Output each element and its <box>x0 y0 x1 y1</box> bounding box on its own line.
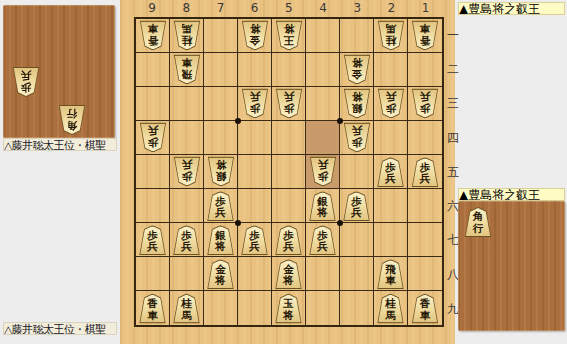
piece-sente-歩兵: 歩兵 <box>343 191 371 221</box>
square-1九: 香車 <box>408 291 442 325</box>
square-6九 <box>238 291 272 325</box>
square-7四 <box>204 121 238 155</box>
piece-gote-金将: 金将 <box>241 20 269 50</box>
sente-captured-tray: 角行 <box>458 201 565 331</box>
square-7三 <box>204 87 238 121</box>
square-5三: 歩兵 <box>272 87 306 121</box>
piece-sente-歩兵: 歩兵 <box>139 225 167 255</box>
square-3七 <box>340 223 374 257</box>
square-3六: 歩兵 <box>340 189 374 223</box>
piece-sente-桂馬: 桂馬 <box>173 294 201 324</box>
square-9八 <box>136 257 170 291</box>
file-label-5: 5 <box>272 0 306 16</box>
square-9五 <box>136 155 170 189</box>
rank-label-四: 四 <box>445 121 461 155</box>
square-8九: 桂馬 <box>170 291 204 325</box>
square-6三: 歩兵 <box>238 87 272 121</box>
piece-gote-香車: 香車 <box>139 20 167 50</box>
square-5二 <box>272 53 306 87</box>
hoshi-dot <box>337 220 343 226</box>
square-5七: 歩兵 <box>272 223 306 257</box>
gote-captured-tray: 歩兵 角行 <box>3 5 115 138</box>
square-3四: 歩兵 <box>340 121 374 155</box>
hoshi-dot <box>235 118 241 124</box>
square-9一: 香車 <box>136 19 170 53</box>
square-5五 <box>272 155 306 189</box>
square-5八: 金将 <box>272 257 306 291</box>
file-label-4: 4 <box>306 0 340 16</box>
piece-gote-香車: 香車 <box>411 20 439 50</box>
square-7八: 金将 <box>204 257 238 291</box>
piece-sente-金将: 金将 <box>207 259 235 289</box>
square-9九: 香車 <box>136 291 170 325</box>
square-7九 <box>204 291 238 325</box>
piece-gote-歩兵: 歩兵 <box>139 122 167 152</box>
piece-sente-歩兵: 歩兵 <box>207 191 235 221</box>
square-6一: 金将 <box>238 19 272 53</box>
square-4三 <box>306 87 340 121</box>
rank-label-三: 三 <box>445 86 461 120</box>
square-6七: 歩兵 <box>238 223 272 257</box>
square-4九 <box>306 291 340 325</box>
square-8七: 歩兵 <box>170 223 204 257</box>
board-panel: 987654321 香車桂馬金将王将桂馬香車飛車金将歩兵歩兵銀将歩兵歩兵歩兵歩兵… <box>120 0 455 344</box>
board-grid: 香車桂馬金将王将桂馬香車飛車金将歩兵歩兵銀将歩兵歩兵歩兵歩兵歩兵銀将歩兵歩兵歩兵… <box>134 17 444 327</box>
square-3八 <box>340 257 374 291</box>
square-6六 <box>238 189 272 223</box>
square-2六 <box>374 189 408 223</box>
sente-hand-slot-0: 角行 <box>464 207 492 237</box>
square-3一 <box>340 19 374 53</box>
piece-gote-歩兵: 歩兵 <box>173 156 201 186</box>
square-4二 <box>306 53 340 87</box>
square-3五 <box>340 155 374 189</box>
square-2五: 歩兵 <box>374 155 408 189</box>
square-1二 <box>408 53 442 87</box>
file-label-9: 9 <box>135 0 169 16</box>
file-label-2: 2 <box>374 0 408 16</box>
piece-sente-香車: 香車 <box>139 294 167 324</box>
square-4六: 銀将 <box>306 189 340 223</box>
square-9六 <box>136 189 170 223</box>
file-label-1: 1 <box>409 0 443 16</box>
piece-gote-桂馬: 桂馬 <box>173 20 201 50</box>
square-8五: 歩兵 <box>170 155 204 189</box>
square-2九: 桂馬 <box>374 291 408 325</box>
piece-sente-玉将: 玉将 <box>275 294 303 324</box>
file-label-8: 8 <box>169 0 203 16</box>
piece-gote-歩兵: 歩兵 <box>377 88 405 118</box>
square-4七: 歩兵 <box>306 223 340 257</box>
square-6二 <box>238 53 272 87</box>
square-2四 <box>374 121 408 155</box>
square-7二 <box>204 53 238 87</box>
square-2一: 桂馬 <box>374 19 408 53</box>
square-7七: 銀将 <box>204 223 238 257</box>
square-8二: 飛車 <box>170 53 204 87</box>
piece-gote-金将: 金将 <box>343 54 371 84</box>
piece-sente-歩兵: 歩兵 <box>241 225 269 255</box>
square-9七: 歩兵 <box>136 223 170 257</box>
file-label-7: 7 <box>203 0 237 16</box>
piece-gote-歩兵: 歩兵 <box>12 67 40 97</box>
square-7六: 歩兵 <box>204 189 238 223</box>
piece-sente-金将: 金将 <box>275 259 303 289</box>
square-2二 <box>374 53 408 87</box>
rank-label-五: 五 <box>445 155 461 189</box>
sente-name-label: ▲豊島将之叡王 <box>458 188 565 201</box>
square-4八 <box>306 257 340 291</box>
square-5九: 玉将 <box>272 291 306 325</box>
square-4四 <box>306 121 340 155</box>
piece-sente-銀将: 銀将 <box>309 191 337 221</box>
piece-gote-角行: 角行 <box>58 105 86 135</box>
square-3三: 銀将 <box>340 87 374 121</box>
square-2七 <box>374 223 408 257</box>
square-6八 <box>238 257 272 291</box>
piece-sente-歩兵: 歩兵 <box>377 157 405 187</box>
hoshi-dot <box>235 220 241 226</box>
piece-gote-歩兵: 歩兵 <box>241 88 269 118</box>
piece-gote-王将: 王将 <box>275 20 303 50</box>
shogi-kifu-viewer: 歩兵 角行 △藤井聡太王位・棋聖 △藤井聡太王位・棋聖 987654321 香車… <box>0 0 567 344</box>
file-labels: 987654321 <box>135 0 443 16</box>
piece-sente-歩兵: 歩兵 <box>411 157 439 187</box>
square-8六 <box>170 189 204 223</box>
square-2八: 飛車 <box>374 257 408 291</box>
square-1四 <box>408 121 442 155</box>
square-5四 <box>272 121 306 155</box>
piece-sente-銀将: 銀将 <box>207 225 235 255</box>
gote-hand-slot-1: 角行 <box>58 105 86 135</box>
square-5六 <box>272 189 306 223</box>
rank-label-二: 二 <box>445 52 461 86</box>
square-3二: 金将 <box>340 53 374 87</box>
square-8八 <box>170 257 204 291</box>
square-1八 <box>408 257 442 291</box>
piece-gote-歩兵: 歩兵 <box>411 88 439 118</box>
square-9二 <box>136 53 170 87</box>
square-9四: 歩兵 <box>136 121 170 155</box>
piece-sente-飛車: 飛車 <box>377 259 405 289</box>
gote-hand-slot-0: 歩兵 <box>12 67 40 97</box>
piece-gote-桂馬: 桂馬 <box>377 20 405 50</box>
gote-name-label: △藤井聡太王位・棋聖 <box>3 138 117 151</box>
piece-sente-角行: 角行 <box>464 207 492 237</box>
piece-gote-歩兵: 歩兵 <box>343 122 371 152</box>
file-label-3: 3 <box>340 0 374 16</box>
square-1五: 歩兵 <box>408 155 442 189</box>
square-7一 <box>204 19 238 53</box>
piece-gote-歩兵: 歩兵 <box>275 88 303 118</box>
piece-sente-歩兵: 歩兵 <box>173 225 201 255</box>
square-4一 <box>306 19 340 53</box>
square-6五 <box>238 155 272 189</box>
square-4五: 歩兵 <box>306 155 340 189</box>
square-8四 <box>170 121 204 155</box>
square-3九 <box>340 291 374 325</box>
rank-label-一: 一 <box>445 18 461 52</box>
sente-name-label-top: ▲豊島将之叡王 <box>458 2 565 15</box>
hoshi-dot <box>337 118 343 124</box>
piece-gote-銀将: 銀将 <box>343 88 371 118</box>
square-6四 <box>238 121 272 155</box>
gote-name-label-bottom: △藤井聡太王位・棋聖 <box>3 322 117 335</box>
piece-sente-歩兵: 歩兵 <box>309 225 337 255</box>
square-7五: 銀将 <box>204 155 238 189</box>
square-1七 <box>408 223 442 257</box>
square-5一: 王将 <box>272 19 306 53</box>
file-label-6: 6 <box>238 0 272 16</box>
square-8三 <box>170 87 204 121</box>
square-1六 <box>408 189 442 223</box>
piece-sente-香車: 香車 <box>411 294 439 324</box>
piece-gote-飛車: 飛車 <box>173 54 201 84</box>
piece-sente-歩兵: 歩兵 <box>275 225 303 255</box>
piece-sente-桂馬: 桂馬 <box>377 294 405 324</box>
piece-gote-歩兵: 歩兵 <box>309 156 337 186</box>
square-1三: 歩兵 <box>408 87 442 121</box>
square-8一: 桂馬 <box>170 19 204 53</box>
piece-gote-銀将: 銀将 <box>207 156 235 186</box>
square-1一: 香車 <box>408 19 442 53</box>
square-9三 <box>136 87 170 121</box>
square-2三: 歩兵 <box>374 87 408 121</box>
